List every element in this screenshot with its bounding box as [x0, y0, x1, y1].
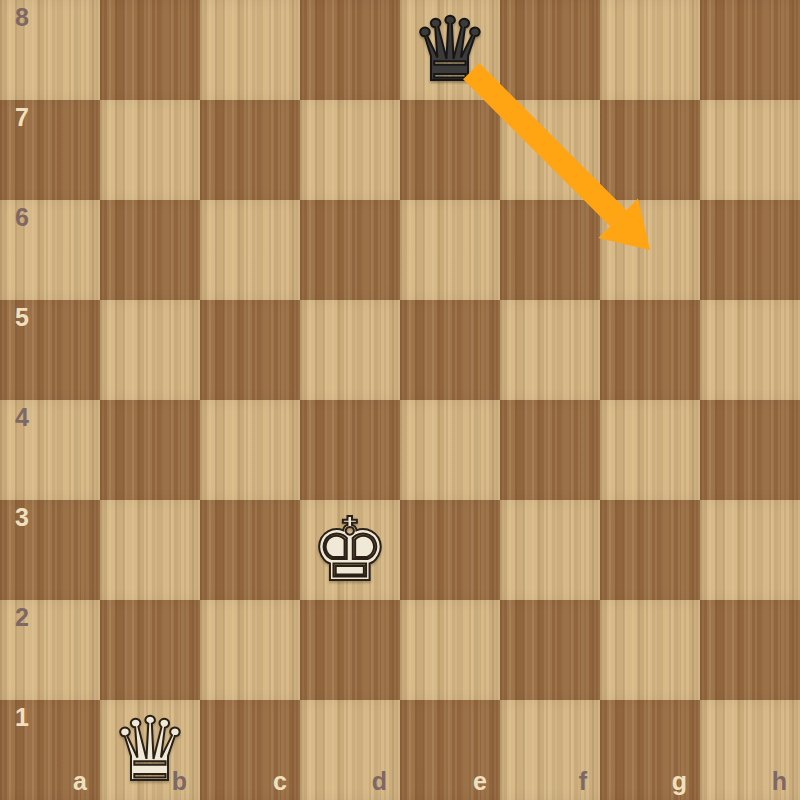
piece-white-king-d3[interactable]: ♚ [300, 500, 400, 600]
chess-board: 87654321abcdefgh ♛♚♛ [0, 0, 800, 800]
piece-white-queen-b1[interactable]: ♛ [100, 700, 200, 800]
board-pieces: ♛♚♛ [0, 0, 800, 800]
piece-black-queen-e8[interactable]: ♛ [400, 0, 500, 100]
